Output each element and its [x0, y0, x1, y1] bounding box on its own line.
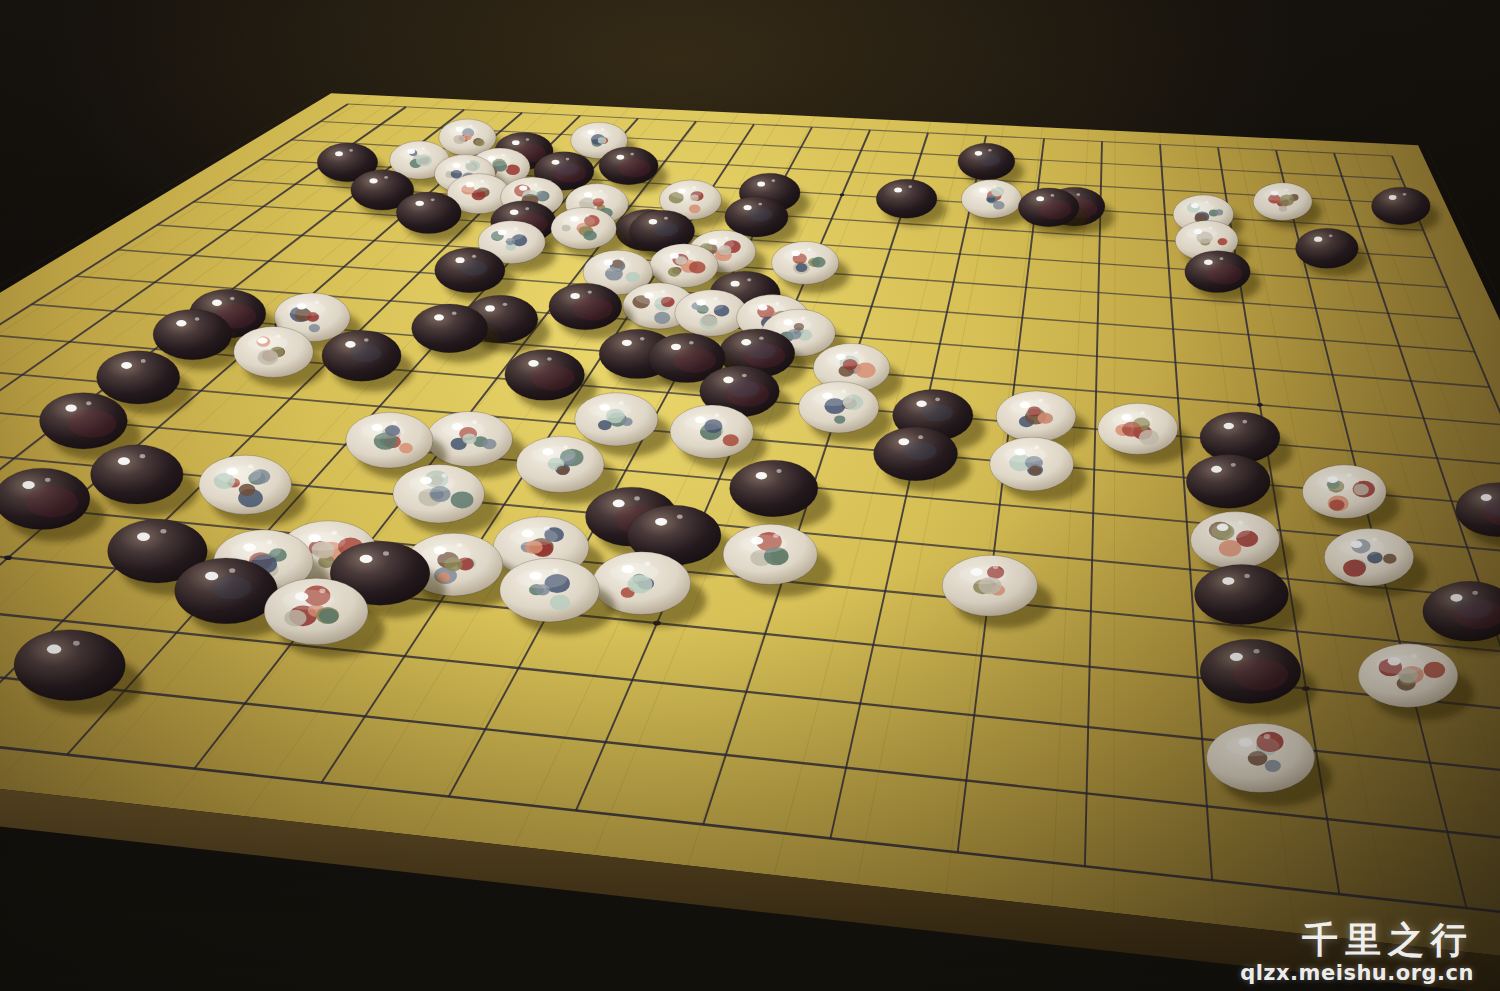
go-board	[0, 0, 1500, 991]
go-board-photo-scene: 千里之行 qlzx.meishu.org.cn	[0, 0, 1500, 991]
